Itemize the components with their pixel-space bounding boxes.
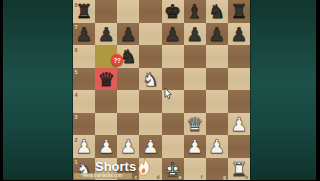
watermark: www.mohindra.com: [74, 173, 132, 180]
square-g3[interactable]: [206, 113, 228, 136]
square-g4[interactable]: [206, 90, 228, 113]
square-e2[interactable]: [162, 135, 184, 158]
square-h5[interactable]: [228, 68, 250, 91]
left-letterbox: [3, 0, 73, 180]
square-h2[interactable]: [228, 135, 250, 158]
video-frame: ♜♚♝♞♜♟♟♟♟♟♟♟♞♛♞♛♟♟♟♟♟♟♟♞♚♜87654321abcdef…: [0, 0, 320, 180]
watermark-text: www.mohindra.com: [83, 173, 122, 178]
rank-label-2: 2: [75, 137, 78, 143]
square-d4[interactable]: [139, 90, 161, 113]
rank-label-5: 5: [75, 69, 78, 75]
chess-board[interactable]: ♜♚♝♞♜♟♟♟♟♟♟♟♞♛♞♛♟♟♟♟♟♟♟♞♚♜87654321abcdef…: [73, 0, 250, 180]
square-c4[interactable]: [117, 90, 139, 113]
piece-black-pawn-b7[interactable]: ♟: [95, 23, 117, 46]
square-f1[interactable]: [184, 158, 206, 181]
square-d6[interactable]: [139, 45, 161, 68]
piece-black-pawn-h7[interactable]: ♟: [228, 23, 250, 46]
piece-black-knight-g8[interactable]: ♞: [206, 0, 228, 23]
square-d7[interactable]: [139, 23, 161, 46]
file-label-e: e: [179, 174, 182, 180]
piece-white-pawn-g2[interactable]: ♟: [206, 135, 228, 158]
rank-label-4: 4: [75, 92, 78, 98]
piece-black-pawn-f7[interactable]: ♟: [184, 23, 206, 46]
square-f4[interactable]: [184, 90, 206, 113]
flame-icon: [138, 157, 150, 176]
square-c3[interactable]: [117, 113, 139, 136]
piece-black-king-e8[interactable]: ♚: [162, 0, 184, 23]
piece-black-rook-h8[interactable]: ♜: [228, 0, 250, 23]
piece-black-bishop-f8[interactable]: ♝: [184, 0, 206, 23]
square-f5[interactable]: [184, 68, 206, 91]
piece-black-pawn-e7[interactable]: ♟: [162, 23, 184, 46]
file-label-g: g: [223, 174, 226, 180]
rank-label-1: 1: [75, 159, 78, 165]
piece-white-pawn-f2[interactable]: ♟: [184, 135, 206, 158]
file-label-d: d: [157, 174, 160, 180]
square-b4[interactable]: [95, 90, 117, 113]
rank-label-3: 3: [75, 114, 78, 120]
piece-white-knight-d5[interactable]: ♞: [139, 68, 161, 91]
square-h4[interactable]: [228, 90, 250, 113]
square-d3[interactable]: [139, 113, 161, 136]
piece-black-pawn-g7[interactable]: ♟: [206, 23, 228, 46]
square-c5[interactable]: [117, 68, 139, 91]
piece-black-queen-b5[interactable]: ♛: [95, 68, 117, 91]
square-d8[interactable]: [139, 0, 161, 23]
square-e6[interactable]: [162, 45, 184, 68]
square-e3[interactable]: [162, 113, 184, 136]
file-label-h: h: [245, 174, 248, 180]
rank-label-6: 6: [75, 47, 78, 53]
file-label-f: f: [201, 174, 203, 180]
blunder-badge: ??: [111, 54, 123, 66]
rank-label-8: 8: [75, 2, 78, 8]
square-b8[interactable]: [95, 0, 117, 23]
shorts-label: Shorts: [95, 159, 136, 174]
right-letterbox: [250, 0, 316, 180]
rank-label-7: 7: [75, 24, 78, 30]
blunder-badge-text: ??: [114, 57, 121, 64]
mouse-cursor: [164, 88, 173, 100]
square-b3[interactable]: [95, 113, 117, 136]
square-g6[interactable]: [206, 45, 228, 68]
square-h6[interactable]: [228, 45, 250, 68]
piece-white-pawn-h3[interactable]: ♟: [228, 113, 250, 136]
piece-black-pawn-c7[interactable]: ♟: [117, 23, 139, 46]
square-c8[interactable]: [117, 0, 139, 23]
square-f6[interactable]: [184, 45, 206, 68]
piece-white-queen-f3[interactable]: ♛: [184, 113, 206, 136]
square-g5[interactable]: [206, 68, 228, 91]
square-e5[interactable]: [162, 68, 184, 91]
